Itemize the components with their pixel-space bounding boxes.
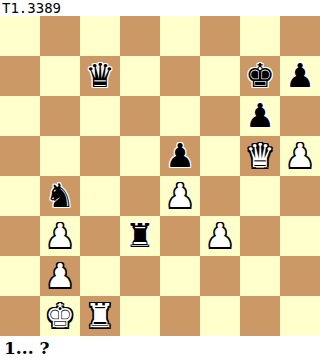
- piece-white-pawn: ♟: [165, 176, 195, 216]
- piece-white-pawn: ♟: [45, 216, 75, 256]
- square-c6[interactable]: [80, 96, 120, 136]
- piece-black-queen: ♛: [85, 56, 115, 96]
- square-b3[interactable]: ♟: [40, 216, 80, 256]
- square-c4[interactable]: [80, 176, 120, 216]
- square-h8[interactable]: [280, 16, 320, 56]
- square-e2[interactable]: [160, 256, 200, 296]
- piece-black-pawn: ♟: [245, 96, 275, 136]
- square-f7[interactable]: [200, 56, 240, 96]
- square-b4[interactable]: ♞: [40, 176, 80, 216]
- square-f4[interactable]: [200, 176, 240, 216]
- piece-black-pawn: ♟: [285, 56, 315, 96]
- square-e5[interactable]: ♟: [160, 136, 200, 176]
- square-b2[interactable]: ♟: [40, 256, 80, 296]
- square-f6[interactable]: [200, 96, 240, 136]
- square-d1[interactable]: [120, 296, 160, 336]
- piece-white-queen: ♛: [245, 136, 275, 176]
- piece-black-rook: ♜: [125, 216, 155, 256]
- puzzle-id-label: T1.3389: [2, 0, 61, 16]
- square-g5[interactable]: ♛: [240, 136, 280, 176]
- square-a1[interactable]: [0, 296, 40, 336]
- square-d7[interactable]: [120, 56, 160, 96]
- chess-board: ♛♚♟♟♟♛♟♞♟♟♜♟♟♚♜: [0, 16, 320, 336]
- square-b6[interactable]: [40, 96, 80, 136]
- square-c3[interactable]: [80, 216, 120, 256]
- move-prompt-label: 1... ?: [4, 336, 49, 360]
- square-b8[interactable]: [40, 16, 80, 56]
- square-g2[interactable]: [240, 256, 280, 296]
- square-a4[interactable]: [0, 176, 40, 216]
- piece-black-pawn: ♟: [165, 136, 195, 176]
- square-h1[interactable]: [280, 296, 320, 336]
- square-b7[interactable]: [40, 56, 80, 96]
- piece-white-king: ♚: [45, 296, 75, 336]
- square-e7[interactable]: [160, 56, 200, 96]
- square-c8[interactable]: [80, 16, 120, 56]
- square-d2[interactable]: [120, 256, 160, 296]
- piece-white-pawn: ♟: [45, 256, 75, 296]
- square-c7[interactable]: ♛: [80, 56, 120, 96]
- square-e3[interactable]: [160, 216, 200, 256]
- square-e4[interactable]: ♟: [160, 176, 200, 216]
- square-a7[interactable]: [0, 56, 40, 96]
- square-b1[interactable]: ♚: [40, 296, 80, 336]
- piece-black-knight: ♞: [45, 176, 75, 216]
- piece-black-king: ♚: [245, 56, 275, 96]
- square-g1[interactable]: [240, 296, 280, 336]
- square-f5[interactable]: [200, 136, 240, 176]
- square-c1[interactable]: ♜: [80, 296, 120, 336]
- square-f8[interactable]: [200, 16, 240, 56]
- square-h7[interactable]: ♟: [280, 56, 320, 96]
- square-h3[interactable]: [280, 216, 320, 256]
- square-h5[interactable]: ♟: [280, 136, 320, 176]
- square-a8[interactable]: [0, 16, 40, 56]
- square-f3[interactable]: ♟: [200, 216, 240, 256]
- square-g6[interactable]: ♟: [240, 96, 280, 136]
- square-f2[interactable]: [200, 256, 240, 296]
- square-h2[interactable]: [280, 256, 320, 296]
- chess-puzzle-diagram: T1.3389 ♛♚♟♟♟♛♟♞♟♟♜♟♟♚♜ 1... ?: [0, 0, 320, 360]
- square-d3[interactable]: ♜: [120, 216, 160, 256]
- square-c2[interactable]: [80, 256, 120, 296]
- square-f1[interactable]: [200, 296, 240, 336]
- square-a2[interactable]: [0, 256, 40, 296]
- square-e1[interactable]: [160, 296, 200, 336]
- square-d4[interactable]: [120, 176, 160, 216]
- square-a3[interactable]: [0, 216, 40, 256]
- square-c5[interactable]: [80, 136, 120, 176]
- square-e8[interactable]: [160, 16, 200, 56]
- square-b5[interactable]: [40, 136, 80, 176]
- square-h4[interactable]: [280, 176, 320, 216]
- square-h6[interactable]: [280, 96, 320, 136]
- square-d5[interactable]: [120, 136, 160, 176]
- square-d6[interactable]: [120, 96, 160, 136]
- square-g8[interactable]: [240, 16, 280, 56]
- square-d8[interactable]: [120, 16, 160, 56]
- square-g7[interactable]: ♚: [240, 56, 280, 96]
- square-g3[interactable]: [240, 216, 280, 256]
- piece-white-pawn: ♟: [205, 216, 235, 256]
- square-g4[interactable]: [240, 176, 280, 216]
- piece-white-rook: ♜: [85, 296, 115, 336]
- piece-white-pawn: ♟: [285, 136, 315, 176]
- square-e6[interactable]: [160, 96, 200, 136]
- square-a6[interactable]: [0, 96, 40, 136]
- square-a5[interactable]: [0, 136, 40, 176]
